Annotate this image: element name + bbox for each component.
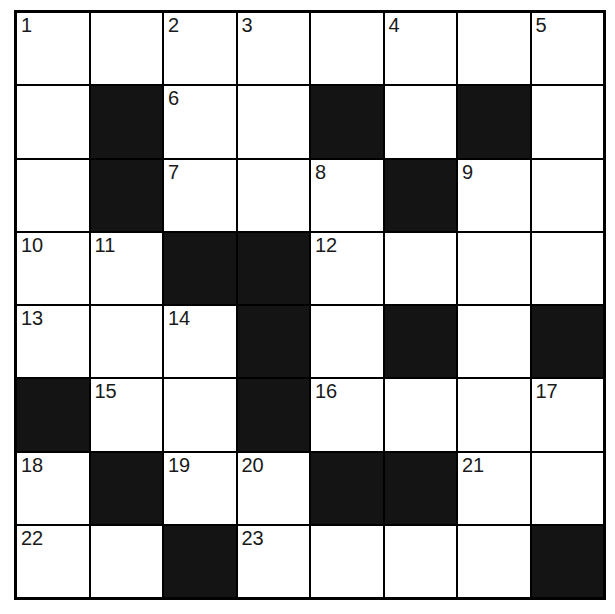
crossword-grid: 1234567891011121314151617181920212223: [14, 10, 606, 600]
cell-r2c5-block: [311, 86, 383, 157]
cell-r5c3[interactable]: 14: [164, 306, 236, 377]
cell-r4c5[interactable]: 12: [311, 233, 383, 304]
cell-r2c7-block: [458, 86, 530, 157]
cell-r8c6[interactable]: [385, 526, 457, 597]
cell-r3c3[interactable]: 7: [164, 160, 236, 231]
clue-number: 5: [536, 14, 547, 36]
clue-number: 15: [95, 380, 117, 402]
clue-number: 1: [21, 14, 32, 36]
clue-number: 14: [168, 307, 190, 329]
clue-number: 21: [462, 454, 484, 476]
cell-r4c2[interactable]: 11: [91, 233, 163, 304]
cell-r6c2[interactable]: 15: [91, 379, 163, 450]
clue-number: 18: [21, 454, 43, 476]
cell-r4c3-block: [164, 233, 236, 304]
cell-r1c8[interactable]: 5: [532, 13, 604, 84]
cell-r1c5[interactable]: [311, 13, 383, 84]
clue-number: 3: [242, 14, 253, 36]
cell-r7c4[interactable]: 20: [238, 453, 310, 524]
cell-r2c8[interactable]: [532, 86, 604, 157]
cell-r6c7[interactable]: [458, 379, 530, 450]
clue-number: 20: [242, 454, 264, 476]
clue-number: 11: [95, 234, 116, 256]
cell-r3c5[interactable]: 8: [311, 160, 383, 231]
cell-r1c7[interactable]: [458, 13, 530, 84]
clue-number: 6: [168, 87, 179, 109]
cell-r5c7[interactable]: [458, 306, 530, 377]
clue-number: 13: [21, 307, 43, 329]
cell-r8c8-block: [532, 526, 604, 597]
cell-r7c7[interactable]: 21: [458, 453, 530, 524]
cell-r7c1[interactable]: 18: [17, 453, 89, 524]
cell-r8c4[interactable]: 23: [238, 526, 310, 597]
cell-r2c4[interactable]: [238, 86, 310, 157]
cell-r4c1[interactable]: 10: [17, 233, 89, 304]
clue-number: 9: [462, 161, 473, 183]
cell-r3c4[interactable]: [238, 160, 310, 231]
clue-number: 16: [315, 380, 337, 402]
cell-r4c6[interactable]: [385, 233, 457, 304]
cell-r7c5-block: [311, 453, 383, 524]
cell-r6c1-block: [17, 379, 89, 450]
cell-r5c6-block: [385, 306, 457, 377]
cell-r4c7[interactable]: [458, 233, 530, 304]
cell-r6c3[interactable]: [164, 379, 236, 450]
cell-r8c5[interactable]: [311, 526, 383, 597]
cell-r5c2[interactable]: [91, 306, 163, 377]
clue-number: 22: [21, 527, 43, 549]
cell-r1c6[interactable]: 4: [385, 13, 457, 84]
cell-r6c6[interactable]: [385, 379, 457, 450]
cell-r5c4-block: [238, 306, 310, 377]
clue-number: 19: [168, 454, 190, 476]
cell-r8c2[interactable]: [91, 526, 163, 597]
cell-r7c3[interactable]: 19: [164, 453, 236, 524]
clue-number: 12: [315, 234, 337, 256]
clue-number: 7: [168, 161, 179, 183]
cell-r8c7[interactable]: [458, 526, 530, 597]
cell-r8c1[interactable]: 22: [17, 526, 89, 597]
cell-r2c6[interactable]: [385, 86, 457, 157]
cell-r3c6-block: [385, 160, 457, 231]
clue-number: 8: [315, 161, 326, 183]
cell-r3c1[interactable]: [17, 160, 89, 231]
cell-r8c3-block: [164, 526, 236, 597]
cell-r3c8[interactable]: [532, 160, 604, 231]
cell-r7c6-block: [385, 453, 457, 524]
cell-r5c8-block: [532, 306, 604, 377]
clue-number: 17: [536, 380, 558, 402]
cell-r1c4[interactable]: 3: [238, 13, 310, 84]
cell-r3c7[interactable]: 9: [458, 160, 530, 231]
cell-r2c2-block: [91, 86, 163, 157]
cell-r3c2-block: [91, 160, 163, 231]
cell-r5c5[interactable]: [311, 306, 383, 377]
cell-r1c2[interactable]: [91, 13, 163, 84]
clue-number: 4: [389, 14, 400, 36]
cell-r7c8[interactable]: [532, 453, 604, 524]
cell-r6c5[interactable]: 16: [311, 379, 383, 450]
cell-r1c1[interactable]: 1: [17, 13, 89, 84]
cell-r6c8[interactable]: 17: [532, 379, 604, 450]
clue-number: 10: [21, 234, 43, 256]
clue-number: 2: [168, 14, 179, 36]
cell-r4c8[interactable]: [532, 233, 604, 304]
cell-r4c4-block: [238, 233, 310, 304]
clue-number: 23: [242, 527, 264, 549]
cell-r2c3[interactable]: 6: [164, 86, 236, 157]
cell-r1c3[interactable]: 2: [164, 13, 236, 84]
cell-r2c1[interactable]: [17, 86, 89, 157]
cell-r5c1[interactable]: 13: [17, 306, 89, 377]
cell-r7c2-block: [91, 453, 163, 524]
cell-r6c4-block: [238, 379, 310, 450]
